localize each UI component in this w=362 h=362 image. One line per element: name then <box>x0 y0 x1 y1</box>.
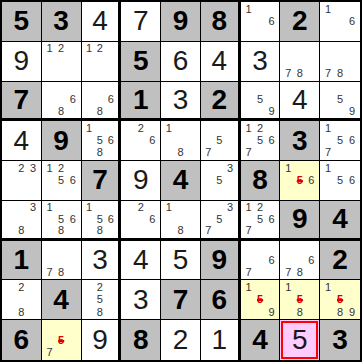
cell-r3c1[interactable]: 7 <box>2 82 42 122</box>
pencil-mark-1: 1 <box>243 3 255 15</box>
cell-r7c3[interactable]: 3 <box>82 241 122 281</box>
pencil-slot-empty <box>322 94 334 106</box>
cell-r5c5[interactable]: 4 <box>161 161 201 201</box>
pencil-mark-8: 8 <box>175 147 187 159</box>
pencil-slot-empty <box>243 135 255 147</box>
cell-value: 7 <box>14 86 30 114</box>
cell-r3c9[interactable]: 59 <box>320 82 360 122</box>
pencil-slot-empty <box>175 202 187 214</box>
pencil-slot-empty <box>225 147 236 159</box>
pencil-slot-empty <box>16 213 28 225</box>
pencil-slot-empty <box>203 213 214 225</box>
pencil-slot-empty <box>334 147 346 159</box>
pencil-slot-empty <box>214 162 225 174</box>
cell-r2c6[interactable]: 4 <box>201 42 241 82</box>
pencil-slot-empty <box>4 202 16 214</box>
cell-r3c8[interactable]: 4 <box>280 82 320 122</box>
pencil-mark-8: 8 <box>294 67 306 79</box>
pencil-slot-empty <box>243 94 255 106</box>
cell-value: 3 <box>332 326 348 354</box>
pencil-slot-empty <box>44 67 56 79</box>
cell-r4c3[interactable]: 1568 <box>82 121 122 161</box>
pencil-slot-empty <box>214 147 225 159</box>
pencil-slot-empty <box>203 187 214 199</box>
pencil-slot-empty <box>266 83 278 95</box>
cell-r1c2[interactable]: 3 <box>42 2 82 42</box>
pencil-mark-9: 9 <box>266 306 278 318</box>
pencil-slot-empty <box>55 94 67 106</box>
pencil-slot-empty <box>67 225 79 237</box>
pencil-slot-empty <box>105 225 116 237</box>
pencil-slot-empty <box>163 225 175 237</box>
cell-value: 2 <box>332 246 348 274</box>
cell-value: 6 <box>173 47 189 75</box>
cell-r5c7[interactable]: 8 <box>241 161 281 201</box>
cell-r6c6[interactable]: 357 <box>201 201 241 241</box>
candidate-grid: 1568 <box>42 201 81 238</box>
cell-r7c6[interactable]: 9 <box>201 241 241 281</box>
pencil-slot-empty <box>203 174 214 186</box>
pencil-slot-empty <box>334 106 346 118</box>
pencil-slot-empty <box>105 83 116 95</box>
pencil-mark-7: 7 <box>322 67 334 79</box>
cell-r1c9[interactable]: 16 <box>320 2 360 42</box>
cell-r9c3[interactable]: 9 <box>82 320 122 360</box>
pencil-slot-empty <box>27 281 39 293</box>
pencil-mark-1: 1 <box>243 281 255 293</box>
pencil-slot-empty <box>186 135 198 147</box>
pencil-mark-8: 8 <box>294 306 306 318</box>
pencil-mark-6: 6 <box>306 174 318 186</box>
cell-value: 3 <box>133 286 149 314</box>
pencil-mark-9: 9 <box>346 306 358 318</box>
cell-r4c7[interactable]: 12567 <box>241 121 281 161</box>
pencil-slot-empty <box>334 83 346 95</box>
pencil-slot-empty <box>105 67 116 79</box>
cell-r4c6[interactable]: 57 <box>201 121 241 161</box>
pencil-slot-empty <box>186 225 198 237</box>
cell-r3c2[interactable]: 68 <box>42 82 82 122</box>
cell-r7c5[interactable]: 5 <box>161 241 201 281</box>
pencil-slot-empty <box>105 202 116 214</box>
cell-r1c5[interactable]: 9 <box>161 2 201 42</box>
pencil-mark-5: 5 <box>55 174 67 186</box>
cell-r2c1[interactable]: 9 <box>2 42 42 82</box>
cell-r8c9[interactable]: 1589 <box>320 280 360 320</box>
cell-r7c1[interactable]: 1 <box>2 241 42 281</box>
pencil-slot-empty <box>346 122 358 134</box>
pencil-slot-empty <box>84 94 95 106</box>
candidate-grid: 12567 <box>241 201 280 238</box>
pencil-slot-empty <box>266 242 278 254</box>
pencil-mark-1: 1 <box>163 122 175 134</box>
pencil-slot-empty <box>306 187 318 199</box>
pencil-slot-empty <box>225 213 236 225</box>
pencil-mark-8: 8 <box>16 225 28 237</box>
cell-r5c2[interactable]: 1256 <box>42 161 82 201</box>
cell-r7c4[interactable]: 4 <box>121 241 161 281</box>
cell-r7c7[interactable]: 67 <box>241 241 281 281</box>
pencil-mark-7: 7 <box>322 147 334 159</box>
pencil-slot-empty <box>4 162 16 174</box>
pencil-mark-2: 2 <box>16 281 28 293</box>
pencil-slot-empty <box>294 242 306 254</box>
pencil-slot-empty <box>67 254 79 266</box>
candidate-grid: 156 <box>280 161 319 200</box>
pencil-mark-8: 8 <box>175 225 187 237</box>
pencil-mark-6: 6 <box>67 94 79 106</box>
pencil-mark-8: 8 <box>94 106 105 118</box>
cell-r4c1[interactable]: 4 <box>2 121 42 161</box>
pencil-mark-7: 7 <box>282 266 294 278</box>
pencil-slot-empty <box>55 55 67 67</box>
pencil-slot-empty <box>67 266 79 278</box>
pencil-slot-empty <box>322 135 334 147</box>
pencil-slot-empty <box>67 334 79 347</box>
pencil-slot-empty <box>16 174 28 186</box>
cell-value: 2 <box>173 326 189 354</box>
cell-r2c3[interactable]: 12 <box>82 42 122 82</box>
cell-value: 1 <box>211 326 227 354</box>
pencil-slot-empty <box>175 213 187 225</box>
pencil-slot-empty <box>44 213 56 225</box>
pencil-slot-empty <box>322 174 334 186</box>
pencil-slot-empty <box>346 83 358 95</box>
cell-value: 4 <box>292 86 308 114</box>
cell-r3c7[interactable]: 59 <box>241 82 281 122</box>
pencil-slot-empty <box>306 294 318 306</box>
pencil-slot-empty <box>203 122 214 134</box>
pencil-mark-9: 9 <box>266 106 278 118</box>
cell-value: 3 <box>53 7 69 35</box>
pencil-mark-1: 1 <box>84 122 95 134</box>
pencil-mark-5-struck: 5 <box>55 334 67 347</box>
pencil-slot-empty <box>254 28 266 40</box>
pencil-mark-2: 2 <box>254 202 266 214</box>
pencil-slot-empty <box>94 55 105 67</box>
cell-value: 5 <box>133 47 149 75</box>
pencil-slot-empty <box>4 294 16 306</box>
candidate-grid: 16 <box>320 2 360 41</box>
pencil-slot-empty <box>163 147 175 159</box>
cell-r3c5[interactable]: 3 <box>161 82 201 122</box>
pencil-slot-empty <box>135 225 147 237</box>
pencil-mark-5: 5 <box>55 213 67 225</box>
cell-value: 4 <box>173 166 189 194</box>
pencil-mark-6: 6 <box>346 174 358 186</box>
pencil-slot-empty <box>243 254 255 266</box>
cell-value: 9 <box>292 205 308 233</box>
pencil-slot-empty <box>254 15 266 27</box>
cell-r8c3[interactable]: 258 <box>82 280 122 320</box>
cell-value: 4 <box>211 47 227 75</box>
pencil-mark-6: 6 <box>306 254 318 266</box>
candidate-grid: 1568 <box>82 121 119 160</box>
candidate-grid: 28 <box>2 280 41 319</box>
pencil-slot-empty <box>94 202 105 214</box>
pencil-mark-6: 6 <box>346 15 358 27</box>
cell-r2c2[interactable]: 12 <box>42 42 82 82</box>
cell-r8c8[interactable]: 158 <box>280 280 320 320</box>
pencil-slot-empty <box>84 135 95 147</box>
cell-r8c6[interactable]: 6 <box>201 280 241 320</box>
pencil-mark-6: 6 <box>67 174 79 186</box>
pencil-slot-empty <box>186 213 198 225</box>
pencil-slot-empty <box>105 306 116 318</box>
pencil-slot-empty <box>225 174 236 186</box>
cell-value: 4 <box>53 286 69 314</box>
cell-r9c6[interactable]: 1 <box>201 320 241 360</box>
pencil-slot-empty <box>214 122 225 134</box>
cell-r4c4[interactable]: 26 <box>121 121 161 161</box>
pencil-slot-empty <box>225 122 236 134</box>
cell-r3c3[interactable]: 68 <box>82 82 122 122</box>
pencil-slot-empty <box>334 122 346 134</box>
pencil-slot-empty <box>123 225 135 237</box>
pencil-slot-empty <box>84 67 95 79</box>
pencil-slot-empty <box>254 242 266 254</box>
cell-r1c3[interactable]: 4 <box>82 2 122 42</box>
candidate-grid: 68 <box>82 82 119 119</box>
pencil-slot-empty <box>84 225 95 237</box>
pencil-mark-7: 7 <box>203 225 214 237</box>
cell-r8c1[interactable]: 28 <box>2 280 42 320</box>
cell-r5c1[interactable]: 23 <box>2 161 42 201</box>
candidate-grid: 18 <box>161 201 200 238</box>
pencil-mark-8: 8 <box>55 266 67 278</box>
candidate-grid: 59 <box>241 82 280 119</box>
cell-r8c2[interactable]: 4 <box>42 280 82 320</box>
pencil-slot-empty <box>123 135 135 147</box>
pencil-mark-6: 6 <box>266 15 278 27</box>
pencil-slot-empty <box>266 294 278 306</box>
pencil-slot-empty <box>67 55 79 67</box>
cell-r1c7[interactable]: 16 <box>241 2 281 42</box>
candidate-grid: 18 <box>161 121 200 160</box>
pencil-slot-empty <box>322 306 334 318</box>
pencil-mark-1: 1 <box>243 122 255 134</box>
pencil-mark-1: 1 <box>44 43 56 55</box>
pencil-slot-empty <box>16 202 28 214</box>
pencil-mark-5: 5 <box>94 294 105 306</box>
pencil-slot-empty <box>266 202 278 214</box>
pencil-mark-5: 5 <box>214 213 225 225</box>
pencil-slot-empty <box>147 147 159 159</box>
cell-r3c4[interactable]: 1 <box>121 82 161 122</box>
candidate-grid: 78 <box>320 42 360 81</box>
pencil-slot-empty <box>254 106 266 118</box>
cell-r9c8[interactable]: 5 <box>280 320 320 360</box>
cell-r6c2[interactable]: 1568 <box>42 201 82 241</box>
pencil-slot-empty <box>105 147 116 159</box>
pencil-slot-empty <box>67 43 79 55</box>
cell-r4c9[interactable]: 1567 <box>320 121 360 161</box>
candidate-grid: 1568 <box>82 201 119 238</box>
pencil-slot-empty <box>306 162 318 174</box>
cell-r8c4[interactable]: 3 <box>121 280 161 320</box>
cell-r2c9[interactable]: 78 <box>320 42 360 82</box>
pencil-slot-empty <box>282 254 294 266</box>
cell-r9c5[interactable]: 2 <box>161 320 201 360</box>
pencil-mark-1: 1 <box>84 43 95 55</box>
pencil-slot-empty <box>225 187 236 199</box>
candidate-grid: 156 <box>320 161 360 200</box>
pencil-slot-empty <box>123 213 135 225</box>
cell-r1c1[interactable]: 5 <box>2 2 42 42</box>
pencil-mark-2: 2 <box>94 281 105 293</box>
pencil-slot-empty <box>94 67 105 79</box>
candidate-grid: 59 <box>320 82 360 119</box>
pencil-slot-empty <box>334 187 346 199</box>
pencil-slot-empty <box>266 122 278 134</box>
candidate-grid: 12 <box>82 42 119 81</box>
cell-r6c5[interactable]: 18 <box>161 201 201 241</box>
pencil-slot-empty <box>175 135 187 147</box>
pencil-mark-1: 1 <box>322 162 334 174</box>
cell-r2c4[interactable]: 5 <box>121 42 161 82</box>
candidate-grid: 26 <box>121 201 160 238</box>
pencil-mark-6: 6 <box>266 254 278 266</box>
cell-r6c1[interactable]: 38 <box>2 201 42 241</box>
pencil-slot-empty <box>84 281 95 293</box>
pencil-mark-5: 5 <box>254 213 266 225</box>
cell-r5c3[interactable]: 7 <box>82 161 122 201</box>
cell-r5c6[interactable]: 35 <box>201 161 241 201</box>
cell-r1c8[interactable]: 2 <box>280 2 320 42</box>
cell-r8c7[interactable]: 159 <box>241 280 281 320</box>
pencil-mark-5-struck: 5 <box>254 294 266 306</box>
cell-value: 9 <box>133 166 149 194</box>
cell-r7c8[interactable]: 678 <box>280 241 320 281</box>
candidate-grid: 159 <box>241 280 280 319</box>
cell-r2c7[interactable]: 3 <box>241 42 281 82</box>
candidate-grid: 38 <box>2 201 41 238</box>
pencil-slot-empty <box>346 43 358 55</box>
cell-r6c7[interactable]: 12567 <box>241 201 281 241</box>
pencil-slot-empty <box>322 83 334 95</box>
candidate-grid: 57 <box>201 121 238 160</box>
cell-value: 1 <box>14 246 30 274</box>
pencil-slot-empty <box>4 281 16 293</box>
cell-r4c5[interactable]: 18 <box>161 121 201 161</box>
cell-r5c9[interactable]: 156 <box>320 161 360 201</box>
pencil-slot-empty <box>266 3 278 15</box>
candidate-grid: 12567 <box>241 121 280 160</box>
pencil-slot-empty <box>266 147 278 159</box>
cell-r1c4[interactable]: 7 <box>121 2 161 42</box>
cell-value: 9 <box>53 127 69 155</box>
cell-r9c9[interactable]: 3 <box>320 320 360 360</box>
pencil-slot-empty <box>27 225 39 237</box>
cell-r3c6[interactable]: 2 <box>201 82 241 122</box>
cell-r1c6[interactable]: 8 <box>201 2 241 42</box>
pencil-slot-empty <box>44 106 56 118</box>
pencil-mark-6: 6 <box>105 213 116 225</box>
pencil-mark-5: 5 <box>214 135 225 147</box>
pencil-mark-7: 7 <box>282 67 294 79</box>
cell-r2c8[interactable]: 78 <box>280 42 320 82</box>
pencil-mark-5: 5 <box>94 213 105 225</box>
cell-r2c5[interactable]: 6 <box>161 42 201 82</box>
pencil-slot-empty <box>334 55 346 67</box>
pencil-slot-empty <box>294 43 306 55</box>
pencil-slot-empty <box>84 83 95 95</box>
pencil-slot-empty <box>266 28 278 40</box>
cell-r6c3[interactable]: 1568 <box>82 201 122 241</box>
sudoku-board: 5347981621691212564378787686813259459491… <box>0 0 362 362</box>
pencil-slot-empty <box>84 294 95 306</box>
cell-r9c1[interactable]: 6 <box>2 320 42 360</box>
cell-r6c9[interactable]: 4 <box>320 201 360 241</box>
pencil-mark-7: 7 <box>44 266 56 278</box>
pencil-mark-5: 5 <box>94 135 105 147</box>
cell-r9c7[interactable]: 4 <box>241 320 281 360</box>
pencil-slot-empty <box>322 43 334 55</box>
pencil-slot-empty <box>306 55 318 67</box>
pencil-mark-2: 2 <box>16 162 28 174</box>
candidate-grid: 1567 <box>320 121 360 160</box>
cell-r8c5[interactable]: 7 <box>161 280 201 320</box>
pencil-slot-empty <box>225 135 236 147</box>
pencil-mark-8: 8 <box>55 225 67 237</box>
cell-r7c9[interactable]: 2 <box>320 241 360 281</box>
cell-r9c2[interactable]: 57 <box>42 320 82 360</box>
pencil-slot-empty <box>306 281 318 293</box>
pencil-slot-empty <box>4 174 16 186</box>
pencil-slot-empty <box>186 122 198 134</box>
pencil-slot-empty <box>27 174 39 186</box>
cell-value: 5 <box>14 7 30 35</box>
pencil-slot-empty <box>84 55 95 67</box>
cell-value: 1 <box>133 86 149 114</box>
cell-r9c4[interactable]: 8 <box>121 320 161 360</box>
pencil-slot-empty <box>334 281 346 293</box>
pencil-mark-1: 1 <box>163 202 175 214</box>
pencil-slot-empty <box>334 3 346 15</box>
cell-r4c8[interactable]: 3 <box>280 121 320 161</box>
cell-r6c8[interactable]: 9 <box>280 201 320 241</box>
pencil-mark-1: 1 <box>243 202 255 214</box>
cell-r6c4[interactable]: 26 <box>121 201 161 241</box>
candidate-grid: 23 <box>2 161 41 200</box>
pencil-slot-empty <box>123 202 135 214</box>
pencil-slot-empty <box>44 242 56 254</box>
candidate-grid: 26 <box>121 121 160 160</box>
pencil-slot-empty <box>214 202 225 214</box>
pencil-mark-5: 5 <box>334 94 346 106</box>
pencil-slot-empty <box>346 294 358 306</box>
pencil-slot-empty <box>243 15 255 27</box>
cell-r7c2[interactable]: 78 <box>42 241 82 281</box>
pencil-slot-empty <box>254 225 266 237</box>
pencil-mark-8: 8 <box>94 147 105 159</box>
cell-r5c8[interactable]: 156 <box>280 161 320 201</box>
cell-r4c2[interactable]: 9 <box>42 121 82 161</box>
pencil-slot-empty <box>203 202 214 214</box>
pencil-slot-empty <box>346 281 358 293</box>
pencil-slot-empty <box>44 225 56 237</box>
cell-r5c4[interactable]: 9 <box>121 161 161 201</box>
pencil-mark-7: 7 <box>243 266 255 278</box>
pencil-slot-empty <box>346 162 358 174</box>
pencil-slot-empty <box>27 213 39 225</box>
pencil-slot-empty <box>67 162 79 174</box>
pencil-slot-empty <box>254 306 266 318</box>
pencil-slot-empty <box>44 83 56 95</box>
cell-value: 8 <box>211 7 227 35</box>
pencil-slot-empty <box>135 213 147 225</box>
pencil-slot-empty <box>214 187 225 199</box>
